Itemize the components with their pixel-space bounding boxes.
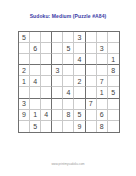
cell-r7c3 — [41, 99, 52, 110]
footer-url: www.printmysudoku.com — [0, 162, 136, 166]
cell-r4c6 — [74, 65, 85, 76]
cell-r5c2: 4 — [30, 76, 41, 87]
cell-r4c3 — [41, 65, 52, 76]
cell-r1c3 — [41, 32, 52, 43]
cell-r9c4 — [52, 121, 63, 132]
cell-r1c5 — [63, 32, 74, 43]
cell-r2c7 — [86, 43, 97, 54]
cell-r9c1 — [19, 121, 30, 132]
cell-r6c4 — [52, 87, 63, 98]
cell-r7c8 — [97, 99, 108, 110]
sudoku-board: 5365341238142741537914856598 — [18, 31, 120, 133]
cell-r6c1 — [19, 87, 30, 98]
cell-r7c1: 3 — [19, 99, 30, 110]
cell-r3c3 — [41, 54, 52, 65]
cell-r5c1: 1 — [19, 76, 30, 87]
cell-r5c7 — [86, 76, 97, 87]
cell-r9c5 — [63, 121, 74, 132]
cell-r6c9: 5 — [108, 87, 119, 98]
cell-r1c1: 5 — [19, 32, 30, 43]
cell-r8c3: 4 — [41, 110, 52, 121]
cell-r9c6: 9 — [74, 121, 85, 132]
cell-r9c9 — [108, 121, 119, 132]
cell-r2c6 — [74, 43, 85, 54]
cell-r4c4: 3 — [52, 65, 63, 76]
cell-r8c1: 9 — [19, 110, 30, 121]
cell-r6c5: 4 — [63, 87, 74, 98]
cell-r3c4 — [52, 54, 63, 65]
cell-r5c8: 7 — [97, 76, 108, 87]
cell-r2c3 — [41, 43, 52, 54]
cell-r3c5 — [63, 54, 74, 65]
cell-r4c1: 2 — [19, 65, 30, 76]
cell-r8c8: 6 — [97, 110, 108, 121]
cell-r9c3 — [41, 121, 52, 132]
cell-r3c1 — [19, 54, 30, 65]
cell-r9c8: 8 — [97, 121, 108, 132]
cell-r3c7 — [86, 54, 97, 65]
cell-r7c5 — [63, 99, 74, 110]
cell-r1c4 — [52, 32, 63, 43]
cell-r2c8: 3 — [97, 43, 108, 54]
cell-r9c7 — [86, 121, 97, 132]
cell-r4c5 — [63, 65, 74, 76]
cell-r1c9 — [108, 32, 119, 43]
cell-r6c6 — [74, 87, 85, 98]
cell-r3c9: 1 — [108, 54, 119, 65]
cell-r2c4 — [52, 43, 63, 54]
cell-r8c4 — [52, 110, 63, 121]
cell-r8c5: 8 — [63, 110, 74, 121]
cell-r1c2 — [30, 32, 41, 43]
cell-r3c8 — [97, 54, 108, 65]
puzzle-title: Sudoku: Medium (Puzzle #A84) — [0, 13, 136, 19]
cell-r4c9: 8 — [108, 65, 119, 76]
cell-r7c6 — [74, 99, 85, 110]
page: Sudoku: Medium (Puzzle #A84) 53653412381… — [0, 0, 136, 176]
cell-r8c6: 5 — [74, 110, 85, 121]
cell-r3c6: 4 — [74, 54, 85, 65]
cell-r8c2: 1 — [30, 110, 41, 121]
cell-r1c6: 3 — [74, 32, 85, 43]
cell-r5c3 — [41, 76, 52, 87]
cell-r2c9 — [108, 43, 119, 54]
cell-r7c2 — [30, 99, 41, 110]
cell-r3c2 — [30, 54, 41, 65]
cell-r1c7 — [86, 32, 97, 43]
cell-r5c9 — [108, 76, 119, 87]
cell-r4c8 — [97, 65, 108, 76]
cell-r8c9 — [108, 110, 119, 121]
cell-r9c2: 5 — [30, 121, 41, 132]
cell-r7c9 — [108, 99, 119, 110]
cell-r1c8 — [97, 32, 108, 43]
cell-r2c2: 6 — [30, 43, 41, 54]
cell-r6c8: 1 — [97, 87, 108, 98]
cell-r6c7 — [86, 87, 97, 98]
cell-r5c6: 2 — [74, 76, 85, 87]
cell-r5c4 — [52, 76, 63, 87]
cell-r7c4 — [52, 99, 63, 110]
cell-r2c5: 5 — [63, 43, 74, 54]
cell-r7c7: 7 — [86, 99, 97, 110]
cell-r8c7 — [86, 110, 97, 121]
cell-r4c2 — [30, 65, 41, 76]
cell-r6c3 — [41, 87, 52, 98]
cell-r6c2 — [30, 87, 41, 98]
cell-r5c5 — [63, 76, 74, 87]
cell-r2c1 — [19, 43, 30, 54]
cell-r4c7 — [86, 65, 97, 76]
